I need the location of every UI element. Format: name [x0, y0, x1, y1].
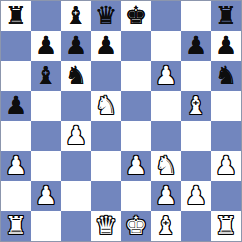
square-f1[interactable]: ♝: [151, 211, 181, 241]
square-e3[interactable]: ♟: [121, 151, 151, 181]
square-g2[interactable]: ♟: [181, 181, 211, 211]
square-f6[interactable]: ♟: [151, 61, 181, 91]
square-h1[interactable]: ♜: [211, 211, 241, 241]
square-e5[interactable]: [121, 91, 151, 121]
square-c3[interactable]: [61, 151, 91, 181]
square-e2[interactable]: [121, 181, 151, 211]
square-e8[interactable]: ♚: [121, 1, 151, 31]
square-g8[interactable]: [181, 1, 211, 31]
white-pawn[interactable]: ♟: [5, 151, 27, 181]
square-a7[interactable]: [1, 31, 31, 61]
square-c8[interactable]: ♝: [61, 1, 91, 31]
square-c6[interactable]: ♞: [61, 61, 91, 91]
white-queen[interactable]: ♛: [95, 211, 117, 241]
white-pawn[interactable]: ♟: [65, 121, 87, 151]
white-rook[interactable]: ♜: [5, 211, 27, 241]
square-a5[interactable]: ♟: [1, 91, 31, 121]
square-c1[interactable]: [61, 211, 91, 241]
square-c2[interactable]: [61, 181, 91, 211]
square-h6[interactable]: ♞: [211, 61, 241, 91]
black-pawn[interactable]: ♟: [65, 31, 87, 61]
square-g5[interactable]: ♝: [181, 91, 211, 121]
square-g6[interactable]: [181, 61, 211, 91]
white-pawn[interactable]: ♟: [155, 61, 177, 91]
square-a1[interactable]: ♜: [1, 211, 31, 241]
black-rook[interactable]: ♜: [215, 1, 237, 31]
square-h5[interactable]: [211, 91, 241, 121]
black-king[interactable]: ♚: [125, 1, 147, 31]
white-pawn[interactable]: ♟: [215, 151, 237, 181]
square-b4[interactable]: [31, 121, 61, 151]
black-queen[interactable]: ♛: [95, 1, 117, 31]
square-f7[interactable]: [151, 31, 181, 61]
square-e6[interactable]: [121, 61, 151, 91]
square-h7[interactable]: ♟: [211, 31, 241, 61]
square-d8[interactable]: ♛: [91, 1, 121, 31]
square-a2[interactable]: [1, 181, 31, 211]
white-rook[interactable]: ♜: [215, 211, 237, 241]
square-d3[interactable]: [91, 151, 121, 181]
chess-board-container: ♜♝♛♚♜♟♟♟♟♟♝♞♟♞♟♞♝♟♟♟♞♟♟♟♟♜♛♚♝♜: [0, 0, 242, 242]
square-h8[interactable]: ♜: [211, 1, 241, 31]
square-f4[interactable]: [151, 121, 181, 151]
square-g1[interactable]: [181, 211, 211, 241]
square-c7[interactable]: ♟: [61, 31, 91, 61]
square-b5[interactable]: [31, 91, 61, 121]
square-e7[interactable]: [121, 31, 151, 61]
square-a3[interactable]: ♟: [1, 151, 31, 181]
square-c5[interactable]: [61, 91, 91, 121]
square-f3[interactable]: ♞: [151, 151, 181, 181]
white-pawn[interactable]: ♟: [125, 151, 147, 181]
black-knight[interactable]: ♞: [65, 61, 87, 91]
square-g3[interactable]: [181, 151, 211, 181]
square-b6[interactable]: ♝: [31, 61, 61, 91]
square-h3[interactable]: ♟: [211, 151, 241, 181]
square-g4[interactable]: [181, 121, 211, 151]
white-knight[interactable]: ♞: [155, 151, 177, 181]
square-a4[interactable]: [1, 121, 31, 151]
white-pawn[interactable]: ♟: [185, 181, 207, 211]
square-d5[interactable]: ♞: [91, 91, 121, 121]
square-d6[interactable]: [91, 61, 121, 91]
square-d1[interactable]: ♛: [91, 211, 121, 241]
square-e1[interactable]: ♚: [121, 211, 151, 241]
white-pawn[interactable]: ♟: [35, 181, 57, 211]
black-rook[interactable]: ♜: [5, 1, 27, 31]
white-knight[interactable]: ♞: [95, 91, 117, 121]
square-d2[interactable]: [91, 181, 121, 211]
black-knight[interactable]: ♞: [215, 61, 237, 91]
square-a6[interactable]: [1, 61, 31, 91]
white-king[interactable]: ♚: [125, 211, 147, 241]
square-b2[interactable]: ♟: [31, 181, 61, 211]
black-bishop[interactable]: ♝: [35, 61, 57, 91]
square-h4[interactable]: [211, 121, 241, 151]
white-bishop[interactable]: ♝: [155, 211, 177, 241]
square-f8[interactable]: [151, 1, 181, 31]
square-b8[interactable]: [31, 1, 61, 31]
black-pawn[interactable]: ♟: [35, 31, 57, 61]
square-b7[interactable]: ♟: [31, 31, 61, 61]
white-pawn[interactable]: ♟: [155, 181, 177, 211]
square-c4[interactable]: ♟: [61, 121, 91, 151]
chess-board: ♜♝♛♚♜♟♟♟♟♟♝♞♟♞♟♞♝♟♟♟♞♟♟♟♟♜♛♚♝♜: [0, 0, 242, 242]
square-f5[interactable]: [151, 91, 181, 121]
square-g7[interactable]: ♟: [181, 31, 211, 61]
black-bishop[interactable]: ♝: [65, 1, 87, 31]
black-pawn[interactable]: ♟: [95, 31, 117, 61]
square-a8[interactable]: ♜: [1, 1, 31, 31]
black-pawn[interactable]: ♟: [185, 31, 207, 61]
square-d4[interactable]: [91, 121, 121, 151]
black-pawn[interactable]: ♟: [5, 91, 27, 121]
white-bishop[interactable]: ♝: [185, 91, 207, 121]
square-f2[interactable]: ♟: [151, 181, 181, 211]
square-b1[interactable]: [31, 211, 61, 241]
square-d7[interactable]: ♟: [91, 31, 121, 61]
square-b3[interactable]: [31, 151, 61, 181]
black-pawn[interactable]: ♟: [215, 31, 237, 61]
square-e4[interactable]: [121, 121, 151, 151]
square-h2[interactable]: [211, 181, 241, 211]
